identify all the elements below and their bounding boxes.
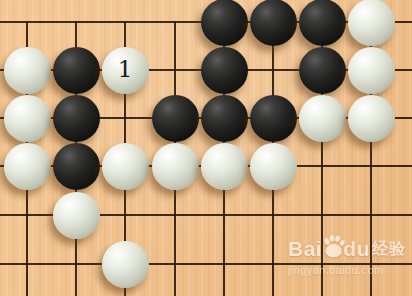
stone-black-r0c6[interactable] xyxy=(299,0,346,46)
go-board[interactable]: 1 Bai du 经验 jingyan.baidu.com xyxy=(0,0,412,296)
stone-white-r3c4[interactable] xyxy=(201,143,248,190)
watermark-logo-row: Bai du 经验 xyxy=(288,237,406,261)
stone-white-r4c1[interactable] xyxy=(53,192,100,239)
stone-white-r2c0[interactable] xyxy=(4,95,51,142)
stone-white-r3c0[interactable] xyxy=(4,143,51,190)
stone-black-r0c5[interactable] xyxy=(250,0,297,46)
stone-white-r1c0[interactable] xyxy=(4,47,51,94)
grid-hline-5 xyxy=(0,263,412,265)
stone-black-r3c1[interactable] xyxy=(53,143,100,190)
stone-black-r0c4[interactable] xyxy=(201,0,248,46)
stone-white-r1c7[interactable] xyxy=(348,47,395,94)
stone-white-r3c2[interactable] xyxy=(102,143,149,190)
stone-black-r2c4[interactable] xyxy=(201,95,248,142)
stone-black-r2c3[interactable] xyxy=(152,95,199,142)
watermark-brand-prefix: Bai xyxy=(288,237,322,261)
stone-black-r1c4[interactable] xyxy=(201,47,248,94)
watermark-brand-chinese: 经验 xyxy=(372,239,406,260)
stone-white-r2c6[interactable] xyxy=(299,95,346,142)
stone-white-r1c2[interactable]: 1 xyxy=(102,47,149,94)
baidu-jingyan-watermark: Bai du 经验 jingyan.baidu.com xyxy=(288,237,406,276)
baidu-paw-icon xyxy=(321,233,346,260)
move-number-label: 1 xyxy=(118,58,133,81)
stone-black-r2c1[interactable] xyxy=(53,95,100,142)
stone-white-r0c7[interactable] xyxy=(348,0,395,46)
stone-black-r1c6[interactable] xyxy=(299,47,346,94)
stone-white-r5c2[interactable] xyxy=(102,241,149,288)
stone-white-r3c5[interactable] xyxy=(250,143,297,190)
stone-black-r2c5[interactable] xyxy=(250,95,297,142)
stone-black-r1c1[interactable] xyxy=(53,47,100,94)
stone-white-r3c3[interactable] xyxy=(152,143,199,190)
watermark-url: jingyan.baidu.com xyxy=(288,264,406,276)
stone-white-r2c7[interactable] xyxy=(348,95,395,142)
watermark-brand-suffix: du xyxy=(343,237,370,261)
